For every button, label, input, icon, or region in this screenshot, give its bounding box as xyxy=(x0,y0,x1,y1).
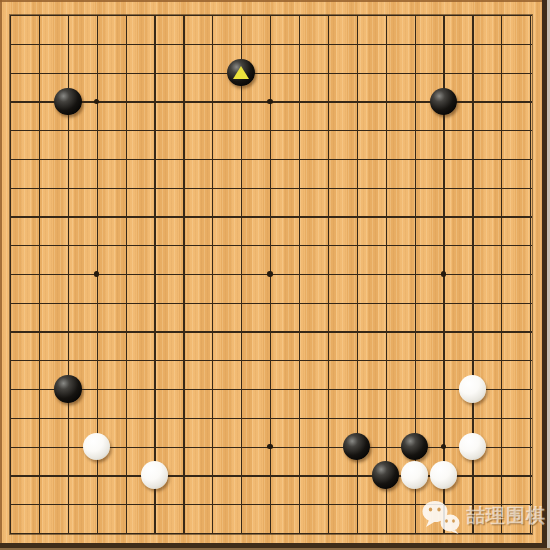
go-board-diagram: 喆理围棋 xyxy=(0,0,550,550)
black-stone xyxy=(372,461,400,489)
board-grid xyxy=(0,1,544,548)
white-stone-R4 xyxy=(458,432,487,461)
watermark-text: 喆理围棋 xyxy=(466,498,546,534)
white-stone-F3 xyxy=(140,461,169,490)
white-stone-R6 xyxy=(458,375,487,404)
white-stone xyxy=(401,461,429,489)
board-edge-left xyxy=(0,0,2,550)
star-point-Q10 xyxy=(429,259,458,288)
black-stone xyxy=(430,88,458,116)
black-stone-Q16 xyxy=(429,87,458,116)
black-stone-C6 xyxy=(53,375,82,404)
black-stone-O3 xyxy=(371,461,400,490)
white-stone xyxy=(141,461,169,489)
black-stone xyxy=(227,59,255,87)
star-point xyxy=(441,444,447,450)
star-point xyxy=(267,271,273,277)
black-stone-P4 xyxy=(400,432,429,461)
white-stone xyxy=(459,433,487,461)
white-stone xyxy=(459,375,487,403)
black-stone xyxy=(401,433,429,461)
star-point-D16 xyxy=(82,87,111,116)
black-stone xyxy=(343,433,371,461)
triangle-marker xyxy=(233,65,249,78)
star-point xyxy=(267,444,273,450)
black-stone-J17 xyxy=(227,58,256,87)
white-stone-P3 xyxy=(400,461,429,490)
white-stone-Q3 xyxy=(429,461,458,490)
star-point-D10 xyxy=(82,259,111,288)
black-stone xyxy=(54,88,82,116)
watermark: 喆理围棋 xyxy=(419,498,546,534)
white-stone-D4 xyxy=(82,432,111,461)
black-stone-C16 xyxy=(53,87,82,116)
wechat-icon xyxy=(419,498,465,534)
star-point xyxy=(94,271,100,277)
board-edge-top xyxy=(0,0,550,2)
white-stone xyxy=(430,461,458,489)
star-point xyxy=(94,99,100,105)
star-point-K10 xyxy=(256,259,285,288)
star-point-Q4 xyxy=(429,432,458,461)
black-stone-N4 xyxy=(342,432,371,461)
white-stone xyxy=(83,433,111,461)
black-stone xyxy=(54,375,82,403)
star-point xyxy=(267,99,273,105)
star-point-K4 xyxy=(256,432,285,461)
star-point-K16 xyxy=(256,87,285,116)
star-point xyxy=(441,271,447,277)
